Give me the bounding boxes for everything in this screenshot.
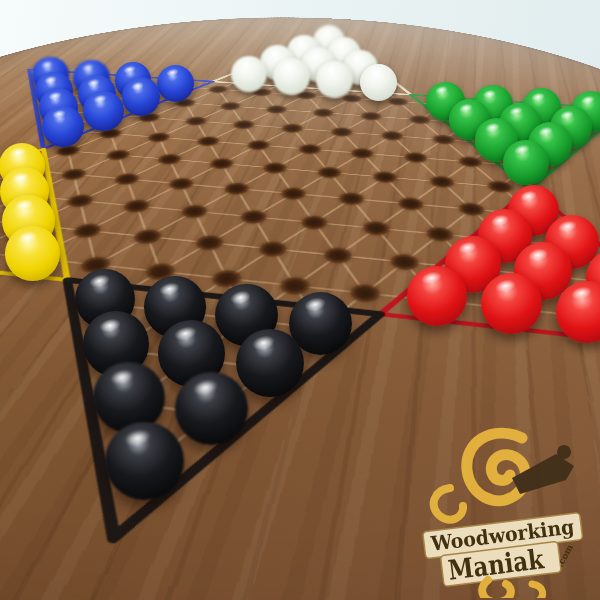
marble-white-r3c0[interactable] [231, 56, 267, 92]
hole-r9c7[interactable] [392, 194, 430, 215]
hole-r9c5[interactable] [273, 184, 314, 204]
marble-white-r3c3[interactable] [360, 64, 397, 101]
marble-red-r12c10[interactable] [481, 273, 542, 334]
hole-r10c5[interactable] [231, 206, 275, 228]
marble-red-r12c9[interactable] [407, 266, 467, 326]
hole-r4c4[interactable] [202, 84, 235, 96]
hole-r7c5[interactable] [292, 141, 328, 157]
watermark-logo: Woodworking Maniak .com [416, 420, 594, 598]
marble-blue-r4c3[interactable] [157, 65, 194, 102]
marble-white-r3c1[interactable] [273, 58, 309, 94]
hole-r7c4[interactable] [240, 137, 277, 153]
hole-r8c7[interactable] [424, 173, 459, 192]
hole-r9c4[interactable] [215, 179, 257, 199]
marble-blue-r6c1[interactable] [83, 91, 123, 131]
hole-r8c4[interactable] [255, 159, 294, 177]
watermark-graphic: Woodworking Maniak .com [416, 420, 594, 598]
hole-r9c6[interactable] [331, 189, 370, 210]
hole-r12c8[interactable] [341, 279, 388, 309]
hole-r5c6[interactable] [307, 106, 340, 120]
hole-r11c5[interactable] [185, 231, 233, 256]
marble-white-r3c2[interactable] [316, 61, 353, 98]
wood-shaving-curl-icon [467, 433, 526, 501]
marble-black-r16c0[interactable] [105, 422, 184, 501]
hole-r8c2[interactable] [149, 151, 190, 168]
bottom-curl-small-icon [532, 584, 543, 598]
hole-r7c3[interactable] [189, 134, 227, 150]
hole-r6c7[interactable] [376, 128, 409, 143]
hole-r5c4[interactable] [213, 100, 247, 113]
hole-r6c3[interactable] [178, 114, 215, 128]
hole-r6c5[interactable] [275, 121, 310, 136]
photo-stage: Woodworking Maniak .com [0, 0, 600, 600]
marble-black-r14c2[interactable] [236, 329, 304, 397]
plane-knob-icon [557, 445, 571, 459]
hole-r10c6[interactable] [293, 211, 336, 234]
hole-r7c7[interactable] [399, 149, 433, 166]
marble-blue-r5c2[interactable] [122, 77, 161, 116]
hole-r6c6[interactable] [325, 125, 359, 140]
hole-r11c7[interactable] [315, 243, 360, 269]
hole-r5c7[interactable] [355, 109, 387, 123]
hole-r9c3[interactable] [159, 174, 202, 193]
hole-r6c4[interactable] [226, 118, 262, 132]
hole-r5c5[interactable] [260, 103, 294, 116]
hole-r8c6[interactable] [367, 168, 403, 187]
marble-blue-r7c0[interactable] [42, 106, 84, 148]
bottom-curl-icon [482, 580, 511, 598]
hole-r8c3[interactable] [201, 155, 241, 172]
hole-r7c6[interactable] [344, 145, 379, 162]
marble-green-r7c9[interactable] [503, 140, 549, 186]
marble-black-r15c1[interactable] [175, 372, 248, 445]
small-curl-icon [434, 488, 463, 520]
hole-r8c5[interactable] [310, 164, 348, 182]
hole-r10c4[interactable] [171, 201, 217, 223]
hole-r11c6[interactable] [249, 237, 296, 262]
hole-r10c7[interactable] [355, 217, 396, 240]
